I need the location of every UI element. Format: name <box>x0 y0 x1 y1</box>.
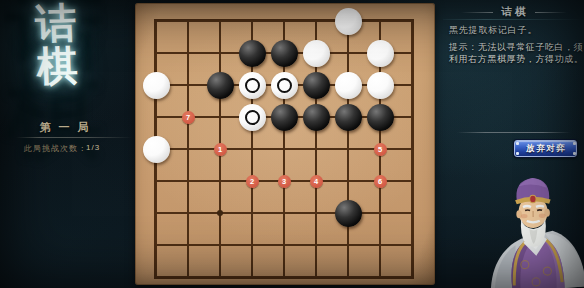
black-stone <box>367 104 394 131</box>
npc-old-master <box>484 172 584 288</box>
black-stone <box>303 72 330 99</box>
panel-title-underline <box>443 19 584 20</box>
black-stone <box>207 72 234 99</box>
move-marker-5[interactable]: 5 <box>374 143 387 156</box>
board-cell[interactable] <box>348 245 380 277</box>
board-cell[interactable] <box>156 245 188 277</box>
left-panel: 诘棋 诘棋 第一局 此局挑战次数： 1/3 <box>0 0 132 288</box>
black-stone <box>335 200 362 227</box>
white-stone <box>367 72 394 99</box>
panel-divider <box>457 132 571 133</box>
move-marker-2[interactable]: 2 <box>246 175 259 188</box>
board-cell[interactable] <box>188 181 220 213</box>
white-stone <box>335 72 362 99</box>
board-cell[interactable] <box>252 213 284 245</box>
panel-title: 诘棋 <box>499 5 529 19</box>
board-cell[interactable] <box>188 245 220 277</box>
hint-text: 提示：无法以寻常征子吃白，须利用右方黑棋厚势，方得功成。 <box>449 42 584 65</box>
board-cell[interactable] <box>156 181 188 213</box>
round-label: 第一局 <box>0 120 128 135</box>
board-cell[interactable] <box>188 213 220 245</box>
give-up-button[interactable]: 放弃对弈 <box>514 140 577 157</box>
board-cell[interactable] <box>316 245 348 277</box>
attempts-label: 此局挑战次数： <box>24 144 87 153</box>
board-cell[interactable] <box>284 213 316 245</box>
board-cell[interactable] <box>188 21 220 53</box>
white-stone <box>303 40 330 67</box>
black-stone <box>271 104 298 131</box>
board-cell[interactable] <box>380 245 412 277</box>
board-cell[interactable] <box>380 213 412 245</box>
panel-title-row: 诘棋 <box>443 5 584 19</box>
board-cell[interactable] <box>284 245 316 277</box>
star-point <box>217 210 223 216</box>
attempts-value: 1/3 <box>86 143 100 152</box>
board-cell[interactable] <box>220 245 252 277</box>
move-marker-4[interactable]: 4 <box>310 175 323 188</box>
move-marker-1[interactable]: 1 <box>214 143 227 156</box>
black-stone <box>303 104 330 131</box>
title-flourish-left <box>461 12 493 13</box>
move-marker-3[interactable]: 3 <box>278 175 291 188</box>
objective-text: 黑先提取标记白子。 <box>449 24 581 37</box>
tsumego-screen: 诘棋 诘棋 第一局 此局挑战次数： 1/3 7152346 诘棋 黑先提取标记白… <box>0 0 584 288</box>
board-cell[interactable] <box>220 213 252 245</box>
white-stone <box>335 8 362 35</box>
marked-white-stone <box>239 72 266 99</box>
black-stone <box>239 40 266 67</box>
attempts-row: 此局挑战次数： 1/3 <box>24 143 128 154</box>
board-cell[interactable] <box>156 213 188 245</box>
white-stone <box>143 136 170 163</box>
marked-white-stone <box>239 104 266 131</box>
move-marker-7[interactable]: 7 <box>182 111 195 124</box>
move-marker-6[interactable]: 6 <box>374 175 387 188</box>
white-stone <box>143 72 170 99</box>
board-cell[interactable] <box>156 21 188 53</box>
black-stone <box>335 104 362 131</box>
board-cell[interactable] <box>252 245 284 277</box>
marked-white-stone <box>271 72 298 99</box>
left-panel-divider <box>16 137 132 138</box>
white-stone <box>367 40 394 67</box>
go-board[interactable]: 7152346 <box>135 3 435 285</box>
puzzle-title-calligraphy: 诘棋 <box>34 1 87 90</box>
black-stone <box>271 40 298 67</box>
title-flourish-right <box>535 12 567 13</box>
